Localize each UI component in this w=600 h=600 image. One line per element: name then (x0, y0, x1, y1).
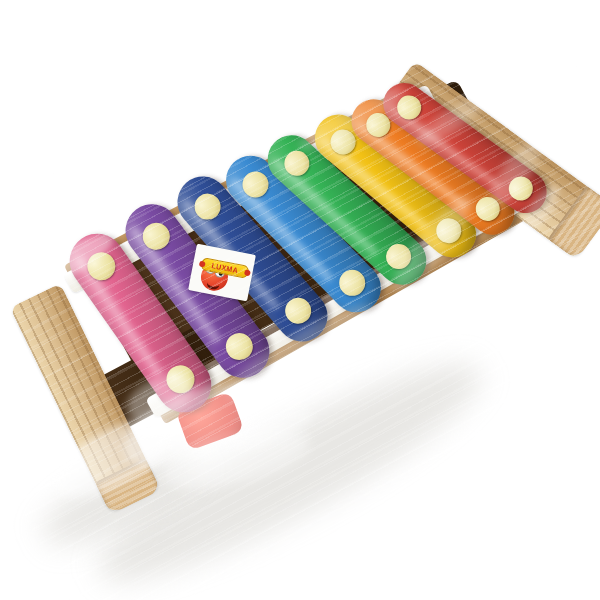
ribbon-end (199, 260, 206, 267)
brand-text: LUXMA (211, 261, 239, 274)
nail-knob (392, 91, 426, 125)
nail-knob (188, 189, 225, 226)
product-photo-scene: LUXMA (0, 0, 600, 600)
wood-cut-end (548, 186, 600, 261)
nail-knob (137, 217, 175, 255)
nail-knob (220, 327, 258, 365)
nail-knob (160, 360, 199, 399)
mascot-smile (206, 278, 221, 290)
nail-knob (333, 265, 370, 302)
nail-knob (236, 166, 273, 203)
nail-knob (430, 213, 465, 248)
nail-knob (380, 239, 415, 274)
nail-knob (279, 293, 316, 330)
ribbon-end (244, 269, 251, 276)
nail-knob (504, 172, 538, 206)
nail-knob (81, 247, 120, 286)
nail-knob (278, 146, 313, 181)
